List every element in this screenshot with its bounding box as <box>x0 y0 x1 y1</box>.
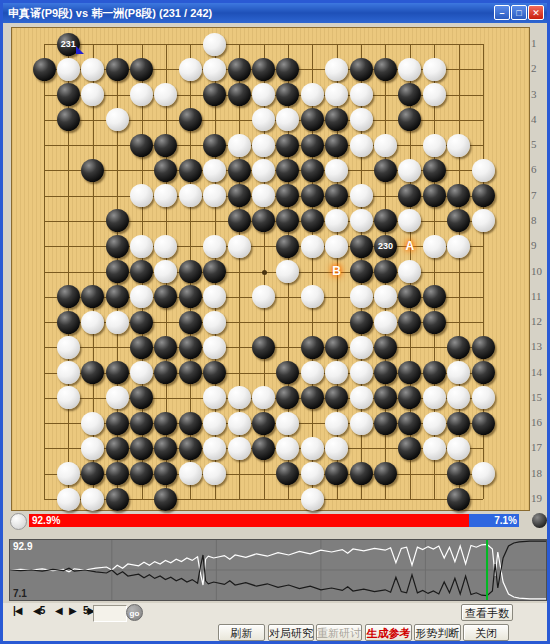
black-stone <box>276 134 299 157</box>
black-stone <box>423 184 446 207</box>
white-stone <box>252 134 275 157</box>
white-stone <box>325 58 348 81</box>
black-stone <box>130 462 153 485</box>
action-button-3: 重新研讨 <box>316 624 362 641</box>
white-stone <box>203 462 226 485</box>
black-stone <box>81 159 104 182</box>
white-stone <box>57 361 80 384</box>
white-stone <box>203 437 226 460</box>
black-stone <box>276 235 299 258</box>
black-stone <box>203 361 226 384</box>
black-stone <box>423 159 446 182</box>
app-window: 申真谞(P9段) vs 韩一洲(P8段) (231 / 242) – □ ✕ 2… <box>0 0 550 644</box>
black-stone <box>179 336 202 359</box>
black-stone <box>301 336 324 359</box>
black-stone <box>154 437 177 460</box>
white-stone <box>154 260 177 283</box>
white-stone <box>325 83 348 106</box>
white-stone <box>447 134 470 157</box>
white-stone <box>203 159 226 182</box>
black-stone <box>179 311 202 334</box>
nav-back5-button[interactable]: ◀5 <box>33 605 44 616</box>
action-button-5[interactable]: 形势判断 <box>414 624 461 641</box>
white-stone <box>154 235 177 258</box>
title-bar[interactable]: 申真谞(P9段) vs 韩一洲(P8段) (231 / 242) – □ ✕ <box>3 3 547 23</box>
black-stone <box>106 412 129 435</box>
black-stone <box>179 437 202 460</box>
white-stone <box>301 437 324 460</box>
white-stone <box>106 311 129 334</box>
move-number-marker: 230 <box>374 235 397 258</box>
black-stone <box>130 134 153 157</box>
white-stone <box>252 108 275 131</box>
white-stone <box>350 336 373 359</box>
row-label: 8 <box>531 214 537 226</box>
go-button[interactable]: go <box>126 604 143 621</box>
white-stone <box>301 285 324 308</box>
white-stone-icon <box>10 513 27 530</box>
minimize-button[interactable]: – <box>494 5 510 20</box>
row-label: 4 <box>531 113 537 125</box>
black-stone <box>374 336 397 359</box>
white-stone <box>81 58 104 81</box>
black-stone <box>301 108 324 131</box>
nav-first-button[interactable]: |◀ <box>13 605 22 616</box>
black-stone <box>252 336 275 359</box>
white-stone <box>228 386 251 409</box>
black-stone <box>179 361 202 384</box>
black-stone <box>57 311 80 334</box>
white-stone <box>228 412 251 435</box>
board-panel: 231230AB ABCDEFGHIJKLMNOPQRS123456789101… <box>6 23 550 513</box>
action-button-4[interactable]: 生成参考图 <box>365 624 412 641</box>
black-stone <box>398 108 421 131</box>
black-stone <box>447 412 470 435</box>
black-stone <box>374 209 397 232</box>
black-stone <box>106 488 129 511</box>
white-stone <box>81 437 104 460</box>
black-stone <box>228 209 251 232</box>
white-stone <box>130 235 153 258</box>
white-stone <box>81 488 104 511</box>
black-stone <box>276 184 299 207</box>
black-stone <box>350 58 373 81</box>
black-stone <box>472 361 495 384</box>
black-stone <box>374 386 397 409</box>
white-stone <box>228 437 251 460</box>
winrate-graph[interactable]: 92.9 7.1 <box>9 539 547 601</box>
row-label: 18 <box>531 467 542 479</box>
black-stone <box>350 311 373 334</box>
black-stone <box>252 412 275 435</box>
black-stone <box>106 285 129 308</box>
black-stone <box>154 134 177 157</box>
row-label: 11 <box>531 290 542 302</box>
black-stone <box>423 285 446 308</box>
black-stone <box>325 336 348 359</box>
white-stone <box>423 412 446 435</box>
star-point <box>262 270 267 275</box>
row-label: 13 <box>531 340 542 352</box>
white-stone <box>350 134 373 157</box>
row-label: 3 <box>531 88 537 100</box>
move-number-input[interactable] <box>93 605 127 622</box>
white-stone <box>350 361 373 384</box>
black-stone <box>276 159 299 182</box>
white-stone <box>325 209 348 232</box>
white-stone <box>423 58 446 81</box>
black-stone <box>228 184 251 207</box>
white-stone <box>130 83 153 106</box>
black-stone <box>325 184 348 207</box>
white-stone <box>398 159 421 182</box>
white-stone <box>350 83 373 106</box>
black-stone <box>252 437 275 460</box>
black-stone <box>398 285 421 308</box>
black-stone <box>203 260 226 283</box>
white-stone <box>374 134 397 157</box>
black-stone <box>106 58 129 81</box>
black-stone <box>179 159 202 182</box>
white-stone <box>203 285 226 308</box>
white-stone <box>130 285 153 308</box>
row-label: 10 <box>531 265 542 277</box>
white-stone <box>179 58 202 81</box>
navigation-bar: |◀ ◀5 ◀ ▶ 5▶ ▶| go 查看手数 <box>3 603 550 623</box>
black-stone <box>228 159 251 182</box>
white-stone <box>179 462 202 485</box>
white-stone <box>276 260 299 283</box>
white-stone <box>106 386 129 409</box>
white-stone <box>252 159 275 182</box>
black-stone <box>106 437 129 460</box>
black-stone <box>447 209 470 232</box>
black-stone <box>447 462 470 485</box>
white-stone <box>325 235 348 258</box>
black-stone <box>106 260 129 283</box>
white-stone <box>252 386 275 409</box>
black-stone-icon <box>532 513 547 528</box>
action-button-2[interactable]: 对局研究 <box>268 624 314 641</box>
black-stone <box>301 184 324 207</box>
go-board[interactable]: 231230AB <box>11 27 530 511</box>
white-stone <box>423 437 446 460</box>
white-stone <box>447 386 470 409</box>
white-stone <box>301 488 324 511</box>
black-stone <box>81 361 104 384</box>
view-moves-button[interactable]: 查看手数 <box>461 604 513 621</box>
white-stone <box>203 412 226 435</box>
black-stone <box>130 386 153 409</box>
black-stone <box>57 108 80 131</box>
white-stone <box>203 311 226 334</box>
row-label: 15 <box>531 391 542 403</box>
white-stone <box>57 58 80 81</box>
white-stone <box>203 33 226 56</box>
white-stone <box>252 285 275 308</box>
row-label: 2 <box>531 62 537 74</box>
black-stone <box>179 412 202 435</box>
black-stone <box>276 462 299 485</box>
black-stone <box>154 285 177 308</box>
white-stone <box>447 361 470 384</box>
white-stone <box>374 285 397 308</box>
white-stone <box>325 412 348 435</box>
row-label: 1 <box>531 37 537 49</box>
black-stone <box>301 159 324 182</box>
white-winrate-bar: 92.9% <box>29 514 469 527</box>
white-stone <box>57 336 80 359</box>
black-stone <box>374 159 397 182</box>
black-stone <box>374 462 397 485</box>
white-stone <box>423 83 446 106</box>
white-stone <box>276 108 299 131</box>
white-stone <box>423 134 446 157</box>
white-stone <box>301 361 324 384</box>
window-title: 申真谞(P9段) vs 韩一洲(P8段) (231 / 242) <box>8 6 212 21</box>
black-stone <box>57 285 80 308</box>
black-stone <box>423 311 446 334</box>
black-stone <box>325 108 348 131</box>
black-stone <box>276 361 299 384</box>
white-stone <box>325 361 348 384</box>
row-label: 16 <box>531 416 542 428</box>
white-stone <box>57 488 80 511</box>
white-stone <box>398 58 421 81</box>
white-stone <box>81 412 104 435</box>
white-stone <box>447 235 470 258</box>
white-stone <box>154 184 177 207</box>
row-label: 14 <box>531 366 542 378</box>
black-stone <box>252 209 275 232</box>
action-button-1[interactable]: 刷新 <box>218 624 265 641</box>
white-stone <box>325 437 348 460</box>
maximize-button[interactable]: □ <box>511 5 527 20</box>
black-stone <box>398 83 421 106</box>
white-stone <box>325 159 348 182</box>
action-bar: 刷新对局研究重新研讨生成参考图形势判断关闭 <box>3 623 550 644</box>
white-stone <box>130 361 153 384</box>
black-stone <box>447 488 470 511</box>
nav-back-button[interactable]: ◀ <box>55 605 62 616</box>
row-label: 6 <box>531 163 537 175</box>
white-stone <box>447 437 470 460</box>
black-stone <box>398 412 421 435</box>
white-stone <box>130 184 153 207</box>
black-stone <box>398 437 421 460</box>
black-stone <box>374 58 397 81</box>
black-stone <box>81 462 104 485</box>
black-stone <box>106 361 129 384</box>
white-stone <box>472 386 495 409</box>
black-stone <box>154 462 177 485</box>
white-stone <box>350 209 373 232</box>
black-stone <box>179 260 202 283</box>
black-stone <box>57 83 80 106</box>
action-button-6[interactable]: 关闭 <box>463 624 509 641</box>
row-label: 17 <box>531 441 542 453</box>
black-stone <box>447 336 470 359</box>
hint-marker-B[interactable]: B <box>325 260 348 283</box>
white-stone <box>81 311 104 334</box>
black-stone <box>154 336 177 359</box>
white-stone <box>252 184 275 207</box>
close-button[interactable]: ✕ <box>528 5 544 20</box>
white-stone <box>350 285 373 308</box>
black-stone <box>301 134 324 157</box>
row-label: 12 <box>531 315 542 327</box>
row-label: 9 <box>531 239 537 251</box>
black-stone <box>81 285 104 308</box>
white-stone <box>228 134 251 157</box>
black-stone <box>252 58 275 81</box>
white-stone <box>350 184 373 207</box>
black-stone <box>374 361 397 384</box>
white-stone <box>472 159 495 182</box>
black-stone <box>179 108 202 131</box>
white-stone <box>203 235 226 258</box>
black-stone <box>106 209 129 232</box>
black-stone <box>447 184 470 207</box>
black-stone <box>154 361 177 384</box>
white-stone <box>106 108 129 131</box>
black-stone <box>179 285 202 308</box>
white-stone <box>301 83 324 106</box>
black-stone <box>374 412 397 435</box>
black-stone <box>276 83 299 106</box>
white-stone <box>350 386 373 409</box>
black-stone <box>423 361 446 384</box>
black-stone <box>228 83 251 106</box>
black-stone <box>350 462 373 485</box>
black-stone <box>154 412 177 435</box>
white-stone <box>472 462 495 485</box>
white-stone <box>423 386 446 409</box>
white-stone <box>472 209 495 232</box>
black-stone <box>130 311 153 334</box>
black-stone <box>398 386 421 409</box>
white-stone <box>398 209 421 232</box>
branch-triangle-marker <box>76 46 84 54</box>
winrate-bar: 92.9% 7.1% <box>3 513 550 529</box>
white-stone <box>57 386 80 409</box>
black-stone <box>301 209 324 232</box>
white-stone <box>374 311 397 334</box>
black-stone <box>350 260 373 283</box>
white-stone <box>81 83 104 106</box>
black-stone <box>130 336 153 359</box>
black-stone <box>106 462 129 485</box>
black-stone <box>325 386 348 409</box>
black-stone <box>350 235 373 258</box>
white-stone <box>154 83 177 106</box>
black-stone <box>301 386 324 409</box>
white-stone <box>398 260 421 283</box>
white-stone <box>203 386 226 409</box>
row-label: 5 <box>531 138 537 150</box>
white-stone <box>350 108 373 131</box>
black-stone <box>203 83 226 106</box>
black-stone <box>33 58 56 81</box>
black-stone <box>325 462 348 485</box>
black-stone <box>276 386 299 409</box>
black-stone <box>130 412 153 435</box>
white-stone <box>276 437 299 460</box>
row-label: 7 <box>531 189 537 201</box>
black-stone <box>398 184 421 207</box>
white-stone <box>203 336 226 359</box>
black-stone <box>106 235 129 258</box>
white-stone <box>423 235 446 258</box>
black-stone <box>154 488 177 511</box>
nav-forward-button[interactable]: ▶ <box>69 605 76 616</box>
white-stone <box>350 412 373 435</box>
white-stone <box>228 235 251 258</box>
black-stone <box>203 134 226 157</box>
black-stone <box>472 412 495 435</box>
hint-marker-A[interactable]: A <box>398 235 421 258</box>
white-stone <box>301 235 324 258</box>
white-stone <box>301 462 324 485</box>
black-stone <box>276 58 299 81</box>
black-stone <box>154 159 177 182</box>
black-stone <box>398 361 421 384</box>
black-stone <box>374 260 397 283</box>
white-stone <box>57 462 80 485</box>
black-stone <box>398 311 421 334</box>
black-winrate-bar: 7.1% <box>469 514 519 527</box>
black-stone <box>325 134 348 157</box>
black-stone <box>228 58 251 81</box>
white-stone <box>179 184 202 207</box>
black-stone <box>472 184 495 207</box>
black-stone <box>130 437 153 460</box>
white-stone <box>203 58 226 81</box>
black-stone <box>130 58 153 81</box>
winrate-graph-canvas <box>10 540 546 600</box>
row-label: 19 <box>531 492 542 504</box>
white-stone <box>252 83 275 106</box>
white-stone <box>276 412 299 435</box>
white-stone <box>203 184 226 207</box>
black-stone <box>276 209 299 232</box>
black-stone <box>130 260 153 283</box>
black-stone <box>472 336 495 359</box>
